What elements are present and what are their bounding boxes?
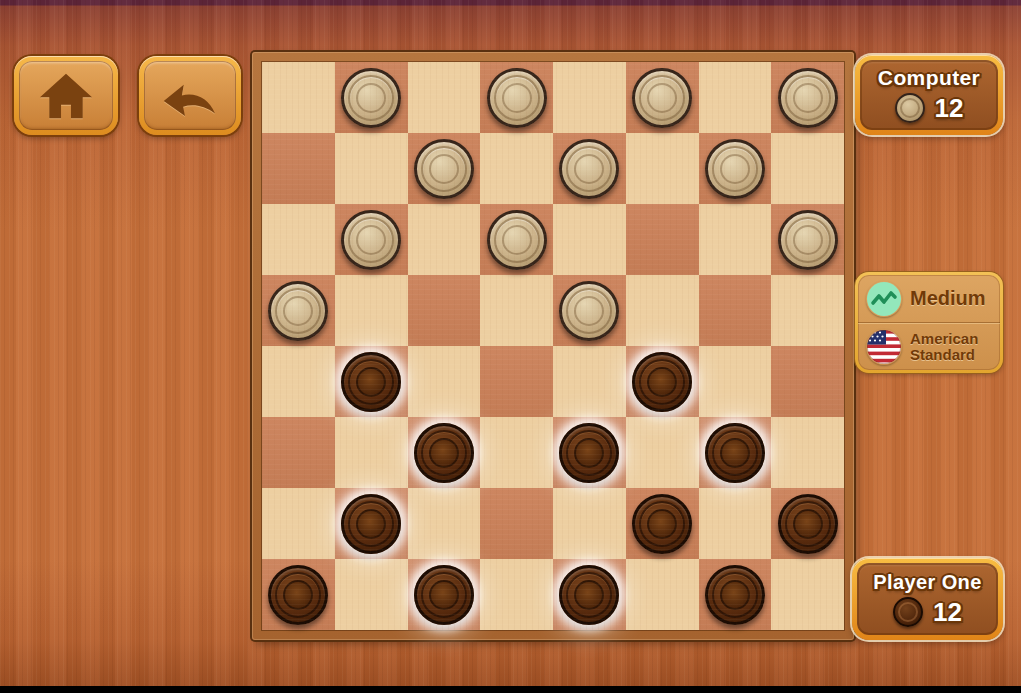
board-square[interactable] <box>480 488 553 559</box>
difficulty-row[interactable]: Medium <box>858 275 1000 322</box>
board-square <box>553 346 626 417</box>
checker-piece-computer[interactable] <box>341 68 401 128</box>
board-square <box>626 133 699 204</box>
checker-piece-computer[interactable] <box>487 68 547 128</box>
board-square <box>262 62 335 133</box>
board-square <box>335 275 408 346</box>
board-square[interactable] <box>553 275 626 346</box>
board-square[interactable] <box>771 346 844 417</box>
board-square[interactable] <box>262 559 335 630</box>
checker-piece-player[interactable] <box>341 352 401 412</box>
board-square <box>335 417 408 488</box>
checker-piece-player[interactable] <box>414 423 474 483</box>
board-square[interactable] <box>480 204 553 275</box>
player-piece-icon <box>893 597 923 627</box>
board-square[interactable] <box>408 559 481 630</box>
board-square <box>262 488 335 559</box>
board-square <box>335 133 408 204</box>
board-square <box>408 488 481 559</box>
undo-arrow-icon <box>158 71 222 121</box>
player-piece-count: 12 <box>933 599 962 625</box>
board-square[interactable] <box>553 417 626 488</box>
board-square <box>771 133 844 204</box>
board-square <box>699 488 772 559</box>
ruleset-row[interactable]: American Standard <box>858 322 1000 370</box>
board-square <box>480 559 553 630</box>
board-square[interactable] <box>553 133 626 204</box>
checker-piece-computer[interactable] <box>705 139 765 199</box>
home-icon <box>35 70 97 122</box>
board-square <box>553 204 626 275</box>
board-square <box>626 275 699 346</box>
board-square <box>771 275 844 346</box>
board-square <box>262 346 335 417</box>
checker-piece-player[interactable] <box>632 494 692 554</box>
board-square <box>553 488 626 559</box>
board-square[interactable] <box>335 488 408 559</box>
board-square[interactable] <box>335 62 408 133</box>
board-square <box>480 417 553 488</box>
checker-piece-computer[interactable] <box>559 139 619 199</box>
board-frame <box>252 52 854 640</box>
board-square[interactable] <box>408 417 481 488</box>
board-square <box>553 62 626 133</box>
checker-piece-computer[interactable] <box>268 281 328 341</box>
board-square[interactable] <box>699 275 772 346</box>
board-square <box>626 417 699 488</box>
board-square[interactable] <box>480 346 553 417</box>
board-square <box>480 133 553 204</box>
computer-piece-count: 12 <box>935 95 964 121</box>
computer-piece-icon <box>895 93 925 123</box>
checker-piece-player[interactable] <box>778 494 838 554</box>
checker-piece-player[interactable] <box>341 494 401 554</box>
checker-piece-computer[interactable] <box>778 68 838 128</box>
board-square <box>771 559 844 630</box>
checker-piece-player[interactable] <box>268 565 328 625</box>
board-square[interactable] <box>626 204 699 275</box>
undo-button[interactable] <box>139 56 241 135</box>
checker-piece-player[interactable] <box>705 423 765 483</box>
computer-panel: Computer 12 <box>855 55 1003 135</box>
board-square[interactable] <box>262 417 335 488</box>
board-square[interactable] <box>771 204 844 275</box>
computer-label: Computer <box>878 67 980 88</box>
game-screen: Computer 12 Medium <box>0 0 1021 693</box>
board-square[interactable] <box>699 133 772 204</box>
board-square <box>335 559 408 630</box>
board-square <box>699 204 772 275</box>
board-square[interactable] <box>626 488 699 559</box>
difficulty-label: Medium <box>910 288 986 308</box>
board-square[interactable] <box>408 133 481 204</box>
checker-piece-computer[interactable] <box>414 139 474 199</box>
board-square[interactable] <box>262 275 335 346</box>
board-square[interactable] <box>335 346 408 417</box>
board-square <box>699 346 772 417</box>
checker-piece-computer[interactable] <box>559 281 619 341</box>
board-square <box>408 204 481 275</box>
board-square[interactable] <box>408 275 481 346</box>
board-square <box>480 275 553 346</box>
board-square[interactable] <box>626 62 699 133</box>
undo-button-face <box>144 61 236 130</box>
checker-piece-player[interactable] <box>559 565 619 625</box>
checker-piece-computer[interactable] <box>778 210 838 270</box>
settings-panel: Medium <box>855 272 1003 373</box>
checkers-board <box>262 62 844 630</box>
checker-piece-computer[interactable] <box>341 210 401 270</box>
ruleset-label: American Standard <box>910 331 992 362</box>
board-square <box>408 346 481 417</box>
board-square[interactable] <box>699 417 772 488</box>
board-square[interactable] <box>771 62 844 133</box>
home-button[interactable] <box>14 56 118 135</box>
us-flag-icon <box>866 329 902 365</box>
home-button-face <box>19 61 113 130</box>
checker-piece-computer[interactable] <box>632 68 692 128</box>
board-square[interactable] <box>699 559 772 630</box>
player-panel: Player One 12 <box>852 558 1003 640</box>
checker-piece-computer[interactable] <box>487 210 547 270</box>
checker-piece-player[interactable] <box>414 565 474 625</box>
board-square <box>262 204 335 275</box>
board-square[interactable] <box>626 346 699 417</box>
checker-piece-player[interactable] <box>705 565 765 625</box>
board-square[interactable] <box>553 559 626 630</box>
board-square[interactable] <box>771 488 844 559</box>
board-square <box>626 559 699 630</box>
board-square <box>771 417 844 488</box>
checker-piece-player[interactable] <box>632 352 692 412</box>
board-square <box>699 62 772 133</box>
difficulty-wave-icon <box>866 281 902 317</box>
board-square[interactable] <box>262 133 335 204</box>
bottom-letterbox-bar <box>0 686 1021 693</box>
board-square <box>408 62 481 133</box>
board-square[interactable] <box>480 62 553 133</box>
player-label: Player One <box>873 572 982 592</box>
board-square[interactable] <box>335 204 408 275</box>
checker-piece-player[interactable] <box>559 423 619 483</box>
